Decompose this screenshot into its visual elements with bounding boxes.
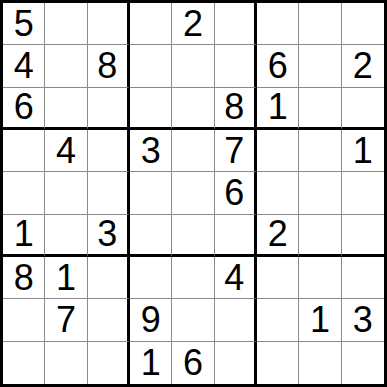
cell-r2c3[interactable]: 8 bbox=[88, 45, 130, 87]
cell-r8c4[interactable]: 9 bbox=[130, 299, 172, 341]
cell-r6c7[interactable]: 2 bbox=[257, 215, 299, 257]
cell-r6c8[interactable] bbox=[299, 215, 341, 257]
cell-r1c8[interactable] bbox=[299, 3, 341, 45]
cell-r4c1[interactable] bbox=[3, 130, 45, 172]
cell-r3c5[interactable] bbox=[172, 88, 214, 130]
cell-r4c8[interactable] bbox=[299, 130, 341, 172]
cell-r9c6[interactable] bbox=[215, 342, 257, 384]
cell-r1c4[interactable] bbox=[130, 3, 172, 45]
cell-r8c2[interactable]: 7 bbox=[45, 299, 87, 341]
cell-r7c3[interactable] bbox=[88, 257, 130, 299]
cell-r6c6[interactable] bbox=[215, 215, 257, 257]
cell-r1c2[interactable] bbox=[45, 3, 87, 45]
cell-r8c9[interactable]: 3 bbox=[342, 299, 384, 341]
cell-r1c7[interactable] bbox=[257, 3, 299, 45]
cell-r7c5[interactable] bbox=[172, 257, 214, 299]
cell-r4c2[interactable]: 4 bbox=[45, 130, 87, 172]
cell-r5c5[interactable] bbox=[172, 172, 214, 214]
cell-r1c9[interactable] bbox=[342, 3, 384, 45]
cell-r3c7[interactable]: 1 bbox=[257, 88, 299, 130]
cell-r9c3[interactable] bbox=[88, 342, 130, 384]
cell-r9c5[interactable]: 6 bbox=[172, 342, 214, 384]
cell-r6c1[interactable]: 1 bbox=[3, 215, 45, 257]
cell-r6c3[interactable]: 3 bbox=[88, 215, 130, 257]
cell-r5c6[interactable]: 6 bbox=[215, 172, 257, 214]
cell-r9c7[interactable] bbox=[257, 342, 299, 384]
cell-r7c6[interactable]: 4 bbox=[215, 257, 257, 299]
cell-r5c8[interactable] bbox=[299, 172, 341, 214]
cell-r4c7[interactable] bbox=[257, 130, 299, 172]
cell-r7c9[interactable] bbox=[342, 257, 384, 299]
cell-r5c7[interactable] bbox=[257, 172, 299, 214]
cell-r1c6[interactable] bbox=[215, 3, 257, 45]
cell-r5c2[interactable] bbox=[45, 172, 87, 214]
cell-r4c9[interactable]: 1 bbox=[342, 130, 384, 172]
cell-r6c4[interactable] bbox=[130, 215, 172, 257]
cell-r6c5[interactable] bbox=[172, 215, 214, 257]
cell-r4c4[interactable]: 3 bbox=[130, 130, 172, 172]
sudoku-board: 52486268143716132814791316 bbox=[0, 0, 387, 387]
cell-r8c5[interactable] bbox=[172, 299, 214, 341]
cell-r2c5[interactable] bbox=[172, 45, 214, 87]
cell-r7c2[interactable]: 1 bbox=[45, 257, 87, 299]
cell-r4c5[interactable] bbox=[172, 130, 214, 172]
cell-r3c1[interactable]: 6 bbox=[3, 88, 45, 130]
cell-r1c3[interactable] bbox=[88, 3, 130, 45]
cell-r3c3[interactable] bbox=[88, 88, 130, 130]
cell-r5c3[interactable] bbox=[88, 172, 130, 214]
cell-r1c5[interactable]: 2 bbox=[172, 3, 214, 45]
cell-r1c1[interactable]: 5 bbox=[3, 3, 45, 45]
cell-r3c6[interactable]: 8 bbox=[215, 88, 257, 130]
cell-r7c7[interactable] bbox=[257, 257, 299, 299]
cell-r9c8[interactable] bbox=[299, 342, 341, 384]
cell-r9c4[interactable]: 1 bbox=[130, 342, 172, 384]
cell-r2c4[interactable] bbox=[130, 45, 172, 87]
cell-r8c6[interactable] bbox=[215, 299, 257, 341]
cell-r7c8[interactable] bbox=[299, 257, 341, 299]
cell-r2c6[interactable] bbox=[215, 45, 257, 87]
cell-r7c1[interactable]: 8 bbox=[3, 257, 45, 299]
cell-r5c9[interactable] bbox=[342, 172, 384, 214]
cell-r8c1[interactable] bbox=[3, 299, 45, 341]
cell-r8c7[interactable] bbox=[257, 299, 299, 341]
cell-r6c2[interactable] bbox=[45, 215, 87, 257]
cell-r8c3[interactable] bbox=[88, 299, 130, 341]
cell-r4c3[interactable] bbox=[88, 130, 130, 172]
cell-r4c6[interactable]: 7 bbox=[215, 130, 257, 172]
cell-r2c9[interactable]: 2 bbox=[342, 45, 384, 87]
cell-r8c8[interactable]: 1 bbox=[299, 299, 341, 341]
cell-r6c9[interactable] bbox=[342, 215, 384, 257]
cell-r3c8[interactable] bbox=[299, 88, 341, 130]
cell-r7c4[interactable] bbox=[130, 257, 172, 299]
cell-r3c2[interactable] bbox=[45, 88, 87, 130]
cell-r2c2[interactable] bbox=[45, 45, 87, 87]
cell-r5c1[interactable] bbox=[3, 172, 45, 214]
cell-r9c1[interactable] bbox=[3, 342, 45, 384]
cell-r2c8[interactable] bbox=[299, 45, 341, 87]
cell-r9c2[interactable] bbox=[45, 342, 87, 384]
cell-r5c4[interactable] bbox=[130, 172, 172, 214]
cell-r2c7[interactable]: 6 bbox=[257, 45, 299, 87]
cell-r3c4[interactable] bbox=[130, 88, 172, 130]
cell-r9c9[interactable] bbox=[342, 342, 384, 384]
cell-r3c9[interactable] bbox=[342, 88, 384, 130]
cell-r2c1[interactable]: 4 bbox=[3, 45, 45, 87]
